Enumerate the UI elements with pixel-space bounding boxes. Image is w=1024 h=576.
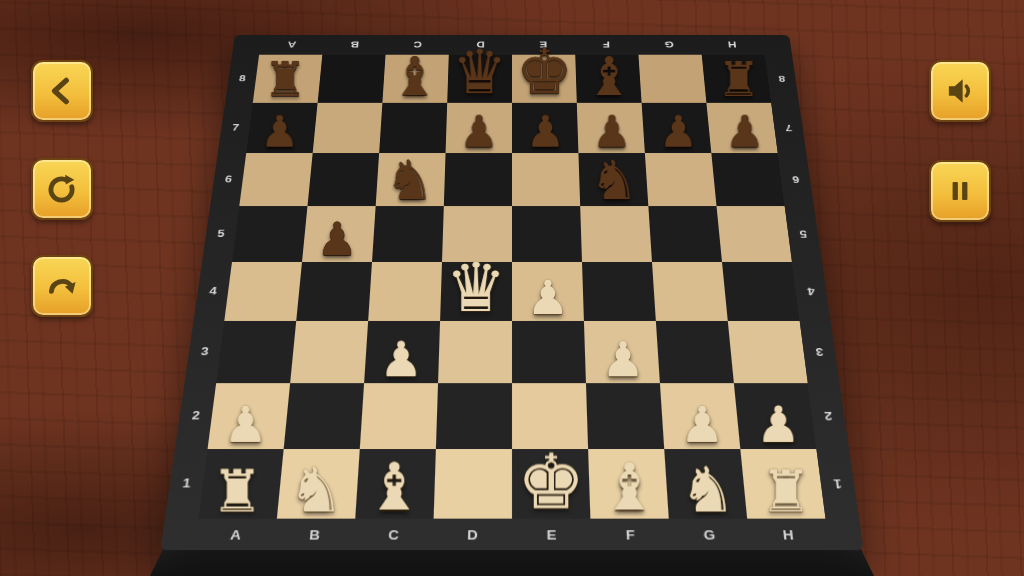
- square-a5[interactable]: [232, 206, 307, 262]
- rank-label-right-8: 8: [773, 73, 791, 84]
- rotate-arrow-icon: [44, 171, 80, 207]
- file-label-top-a: A: [283, 39, 300, 50]
- square-b6[interactable]: [307, 153, 379, 206]
- white-bishop-f1[interactable]: ♝: [590, 440, 668, 518]
- rank-label-left-5: 5: [211, 227, 231, 240]
- square-f5[interactable]: [580, 206, 652, 262]
- rank-label-left-7: 7: [226, 122, 244, 134]
- rank-label-left-6: 6: [219, 173, 238, 185]
- square-a8[interactable]: [253, 55, 322, 103]
- square-c6[interactable]: [376, 153, 446, 206]
- white-king-e1[interactable]: ♚: [512, 440, 590, 518]
- square-c8[interactable]: [382, 55, 448, 103]
- square-c5[interactable]: [372, 206, 444, 262]
- back-button[interactable]: [31, 60, 93, 122]
- square-a6[interactable]: [239, 153, 312, 206]
- square-e8[interactable]: [512, 55, 577, 103]
- square-g8[interactable]: [638, 55, 706, 103]
- white-pawn-f3[interactable]: ♟: [586, 309, 660, 383]
- white-bishop-c1[interactable]: ♝: [355, 440, 433, 518]
- square-b5[interactable]: [302, 206, 376, 262]
- square-h6[interactable]: [711, 153, 784, 206]
- restart-button[interactable]: [31, 158, 93, 220]
- square-g5[interactable]: [648, 206, 722, 262]
- square-e7[interactable]: [512, 103, 578, 153]
- wood-table-background: AABBCCDDEEFFGGHH8877665544332211 ♜♝♛♚♝♜♟…: [0, 0, 1024, 576]
- square-g6[interactable]: [645, 153, 717, 206]
- rank-label-left-8: 8: [233, 73, 251, 84]
- square-e6[interactable]: [512, 153, 580, 206]
- chess-board: AABBCCDDEEFFGGHH8877665544332211 ♜♝♛♚♝♜♟…: [160, 35, 863, 550]
- pause-icon: [942, 173, 978, 209]
- white-pawn-e4[interactable]: ♟: [512, 249, 584, 321]
- square-c7[interactable]: [379, 103, 447, 153]
- white-pawn-c3[interactable]: ♟: [364, 309, 438, 383]
- square-f8[interactable]: [575, 55, 641, 103]
- speaker-icon: [942, 73, 978, 109]
- square-b8[interactable]: [318, 55, 386, 103]
- white-queen-d4[interactable]: ♛: [440, 249, 512, 321]
- rank-label-right-5: 5: [793, 227, 813, 240]
- square-b7[interactable]: [313, 103, 383, 153]
- square-f6[interactable]: [578, 153, 648, 206]
- file-label-top-d: D: [472, 39, 488, 50]
- square-f7[interactable]: [577, 103, 645, 153]
- chevron-left-icon: [44, 73, 80, 109]
- rank-label-right-7: 7: [779, 122, 797, 134]
- white-knight-b1[interactable]: ♞: [277, 440, 355, 518]
- square-h5[interactable]: [717, 206, 792, 262]
- file-label-top-c: C: [409, 39, 426, 50]
- square-d6[interactable]: [444, 153, 512, 206]
- file-label-top-h: H: [723, 39, 740, 50]
- white-pawn-a2[interactable]: ♟: [208, 373, 284, 449]
- forward-button[interactable]: [31, 255, 93, 317]
- white-rook-h1[interactable]: ♜: [747, 440, 825, 518]
- square-h8[interactable]: [702, 55, 771, 103]
- redo-arrow-icon: [44, 268, 80, 304]
- white-knight-g1[interactable]: ♞: [669, 440, 747, 518]
- rank-label-right-6: 6: [786, 173, 805, 185]
- sound-button[interactable]: [929, 60, 991, 122]
- square-d8[interactable]: [447, 55, 512, 103]
- square-h7[interactable]: [706, 103, 777, 153]
- file-label-top-b: B: [346, 39, 363, 50]
- board-scene: AABBCCDDEEFFGGHH8877665544332211 ♜♝♛♚♝♜♟…: [0, 0, 1024, 576]
- pause-button[interactable]: [929, 160, 991, 222]
- white-rook-a1[interactable]: ♜: [198, 440, 276, 518]
- square-a7[interactable]: [246, 103, 317, 153]
- square-g7[interactable]: [642, 103, 712, 153]
- square-d7[interactable]: [446, 103, 512, 153]
- file-label-top-f: F: [598, 39, 615, 50]
- file-label-top-g: G: [661, 39, 678, 50]
- white-pawn-g2[interactable]: ♟: [664, 373, 740, 449]
- white-pawn-h2[interactable]: ♟: [740, 373, 816, 449]
- file-label-top-e: E: [535, 39, 551, 50]
